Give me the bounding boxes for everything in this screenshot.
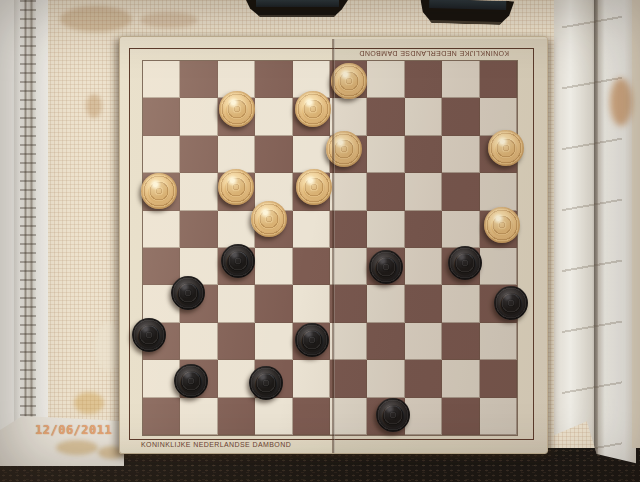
dark-piece-square-36[interactable]: ● bbox=[132, 318, 166, 352]
piece-sheen bbox=[171, 276, 205, 310]
piece-sheen bbox=[249, 366, 283, 400]
piece-sheen bbox=[251, 201, 287, 237]
light-piece-square-16[interactable]: ● bbox=[141, 173, 177, 209]
stain bbox=[86, 94, 102, 118]
stain bbox=[56, 440, 98, 455]
left-molding bbox=[14, 0, 48, 452]
piece-sheen bbox=[219, 91, 255, 127]
light-piece-square-22[interactable]: ● bbox=[251, 201, 287, 237]
light-piece-square-7[interactable]: ● bbox=[219, 91, 255, 127]
right-backdrop-sliver bbox=[632, 0, 640, 448]
box-lid-top-face bbox=[256, 0, 339, 7]
dark-piece-square-38[interactable]: ● bbox=[295, 323, 329, 357]
camera-date-stamp: 12/06/2011 bbox=[35, 423, 112, 437]
box-lid-left bbox=[246, 0, 348, 17]
dark-piece-square-31[interactable]: ● bbox=[171, 276, 205, 310]
left-molding-grooves bbox=[20, 0, 36, 452]
piece-sheen bbox=[296, 169, 332, 205]
right-molding-scuffs bbox=[562, 0, 622, 468]
dark-piece-square-27[interactable]: ● bbox=[221, 244, 255, 278]
light-piece-square-17[interactable]: ● bbox=[218, 169, 254, 205]
board-brand-text-bottom: KONINKLIJKE NEDERLANDSE DAMBOND bbox=[141, 441, 291, 448]
piece-sheen bbox=[295, 323, 329, 357]
piece-sheen bbox=[141, 173, 177, 209]
stain bbox=[140, 12, 198, 28]
box-lid-top-face bbox=[429, 0, 505, 10]
piece-sheen bbox=[218, 169, 254, 205]
board-right-half-tint bbox=[334, 39, 547, 453]
rust-stain bbox=[610, 78, 632, 126]
photo-canvas: KONINKLIJKE NEDERLANDSE DAMBOND KONINKLI… bbox=[0, 0, 640, 482]
board-fold-seam bbox=[332, 39, 335, 453]
piece-sheen bbox=[221, 244, 255, 278]
right-molding bbox=[554, 0, 636, 468]
light-piece-square-18[interactable]: ● bbox=[296, 169, 332, 205]
stain bbox=[74, 392, 104, 414]
draughts-board: KONINKLIJKE NEDERLANDSE DAMBOND KONINKLI… bbox=[119, 36, 548, 454]
dark-piece-square-41[interactable]: ● bbox=[174, 364, 208, 398]
box-lid-right bbox=[420, 0, 515, 25]
stain bbox=[95, 322, 121, 372]
light-piece-square-8[interactable]: ● bbox=[295, 91, 331, 127]
dark-piece-square-42[interactable]: ● bbox=[249, 366, 283, 400]
piece-sheen bbox=[132, 318, 166, 352]
stain bbox=[60, 6, 132, 32]
piece-sheen bbox=[174, 364, 208, 398]
